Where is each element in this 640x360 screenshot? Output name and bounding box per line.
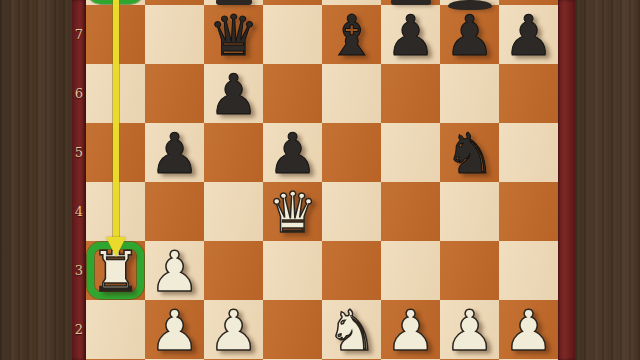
black-pawn: ♟ — [263, 124, 322, 183]
black-pawn: ♟ — [499, 6, 558, 65]
square-c2[interactable]: ♟ — [204, 300, 263, 359]
black-pawn: ♟ — [204, 65, 263, 124]
square-h4[interactable] — [499, 182, 558, 241]
square-f6[interactable] — [381, 64, 440, 123]
square-c7[interactable]: ♛ — [204, 5, 263, 64]
square-g2[interactable]: ♟ — [440, 300, 499, 359]
rank-label-4: 4 — [72, 182, 86, 241]
rank-label-7: 7 — [72, 5, 86, 64]
black-knight: ♞ — [440, 124, 499, 183]
black-pawn: ♟ — [381, 6, 440, 65]
white-pawn: ♟ — [381, 301, 440, 360]
cropped-black-king-bottom — [448, 0, 492, 10]
square-e4[interactable] — [322, 182, 381, 241]
black-queen: ♛ — [204, 6, 263, 65]
square-d7[interactable] — [263, 5, 322, 64]
square-h6[interactable] — [499, 64, 558, 123]
square-b4[interactable] — [145, 182, 204, 241]
black-bishop: ♝ — [322, 6, 381, 65]
square-d4[interactable]: ♛ — [263, 182, 322, 241]
cropped-black-rook-bottom — [391, 0, 431, 5]
square-b3[interactable]: ♟ — [145, 241, 204, 300]
square-e3[interactable] — [322, 241, 381, 300]
cropped-black-bishop-bottom — [216, 0, 252, 5]
rank-label-2: 2 — [72, 300, 86, 359]
square-c4[interactable] — [204, 182, 263, 241]
move-arrow-line — [113, 0, 119, 237]
square-h3[interactable] — [499, 241, 558, 300]
rank-label-3: 3 — [72, 241, 86, 300]
square-e7[interactable]: ♝ — [322, 5, 381, 64]
square-f7[interactable]: ♟ — [381, 5, 440, 64]
square-d2[interactable] — [263, 300, 322, 359]
black-pawn: ♟ — [145, 124, 204, 183]
square-g3[interactable] — [440, 241, 499, 300]
white-pawn: ♟ — [145, 242, 204, 301]
wood-frame-right — [575, 0, 640, 360]
square-a2[interactable] — [86, 300, 145, 359]
square-b6[interactable] — [145, 64, 204, 123]
square-b7[interactable] — [145, 5, 204, 64]
square-b2[interactable]: ♟ — [145, 300, 204, 359]
board-frame-left: 765432 — [72, 0, 86, 360]
square-g7[interactable]: ♟ — [440, 5, 499, 64]
white-pawn: ♟ — [499, 301, 558, 360]
rank-label-6: 6 — [72, 64, 86, 123]
move-arrow-head — [106, 237, 126, 257]
white-pawn: ♟ — [204, 301, 263, 360]
square-c3[interactable] — [204, 241, 263, 300]
chess-board: ♛♝♟♟♟♟♟♟♞♛♜♟♟♟♞♟♟♟ — [86, 0, 558, 360]
rank-label-5: 5 — [72, 123, 86, 182]
white-pawn: ♟ — [440, 301, 499, 360]
square-b5[interactable]: ♟ — [145, 123, 204, 182]
white-knight: ♞ — [322, 301, 381, 360]
wood-frame-left — [0, 0, 72, 360]
square-g8[interactable] — [440, 0, 499, 5]
square-f4[interactable] — [381, 182, 440, 241]
square-g5[interactable]: ♞ — [440, 123, 499, 182]
square-d5[interactable]: ♟ — [263, 123, 322, 182]
square-e5[interactable] — [322, 123, 381, 182]
square-c5[interactable] — [204, 123, 263, 182]
square-d6[interactable] — [263, 64, 322, 123]
square-f3[interactable] — [381, 241, 440, 300]
square-d3[interactable] — [263, 241, 322, 300]
chess-app-viewport: 765432 ♛♝♟♟♟♟♟♟♞♛♜♟♟♟♞♟♟♟ — [0, 0, 640, 360]
square-g4[interactable] — [440, 182, 499, 241]
white-pawn: ♟ — [145, 301, 204, 360]
white-queen: ♛ — [263, 183, 322, 242]
square-c6[interactable]: ♟ — [204, 64, 263, 123]
board-frame-right — [557, 0, 575, 360]
square-e6[interactable] — [322, 64, 381, 123]
square-e2[interactable]: ♞ — [322, 300, 381, 359]
square-f5[interactable] — [381, 123, 440, 182]
square-h5[interactable] — [499, 123, 558, 182]
square-h2[interactable]: ♟ — [499, 300, 558, 359]
square-f2[interactable]: ♟ — [381, 300, 440, 359]
square-h7[interactable]: ♟ — [499, 5, 558, 64]
black-pawn: ♟ — [440, 6, 499, 65]
square-g6[interactable] — [440, 64, 499, 123]
